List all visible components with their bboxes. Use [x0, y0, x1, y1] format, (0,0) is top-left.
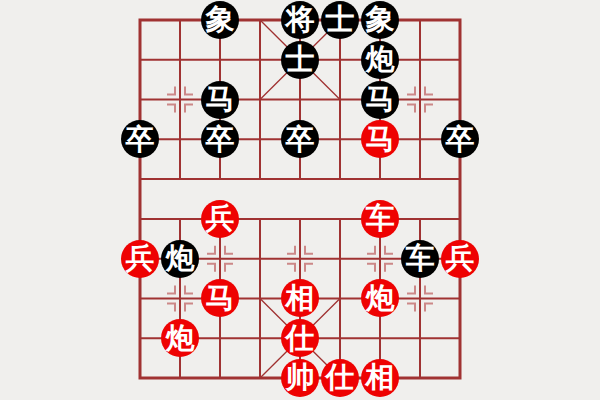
point-6-9[interactable]: 相	[360, 358, 400, 398]
red-advisor-piece[interactable]: 仕	[321, 359, 359, 397]
point-1-2[interactable]	[160, 80, 200, 120]
point-6-2[interactable]: 马	[360, 80, 400, 120]
point-8-7[interactable]	[440, 278, 480, 318]
red-cannon-piece[interactable]: 炮	[361, 279, 399, 317]
point-1-1[interactable]	[160, 40, 200, 80]
point-4-7[interactable]: 相	[280, 278, 320, 318]
point-3-6[interactable]	[240, 239, 280, 279]
point-5-2[interactable]	[320, 80, 360, 120]
point-0-6[interactable]: 兵	[120, 239, 160, 279]
black-cannon-piece[interactable]: 炮	[361, 41, 399, 79]
point-6-7[interactable]: 炮	[360, 278, 400, 318]
point-8-8[interactable]	[440, 318, 480, 358]
point-3-2[interactable]	[240, 80, 280, 120]
point-5-8[interactable]	[320, 318, 360, 358]
red-horse-piece[interactable]: 马	[201, 279, 239, 317]
point-2-0[interactable]: 象	[200, 0, 240, 40]
point-0-0[interactable]	[120, 0, 160, 40]
red-soldier-piece[interactable]: 兵	[201, 200, 239, 238]
point-4-1[interactable]: 士	[280, 40, 320, 80]
point-5-9[interactable]: 仕	[320, 358, 360, 398]
point-1-7[interactable]	[160, 278, 200, 318]
point-6-6[interactable]	[360, 239, 400, 279]
point-0-5[interactable]	[120, 199, 160, 239]
red-soldier-piece[interactable]: 兵	[121, 240, 159, 278]
point-3-9[interactable]	[240, 358, 280, 398]
point-8-5[interactable]	[440, 199, 480, 239]
black-soldier-piece[interactable]: 卒	[441, 120, 479, 158]
point-3-5[interactable]	[240, 199, 280, 239]
red-cannon-piece[interactable]: 炮	[161, 319, 199, 357]
point-6-3[interactable]: 马	[360, 119, 400, 159]
point-4-6[interactable]	[280, 239, 320, 279]
point-8-6[interactable]: 兵	[440, 239, 480, 279]
black-soldier-piece[interactable]: 卒	[281, 120, 319, 158]
point-0-2[interactable]	[120, 80, 160, 120]
point-6-4[interactable]	[360, 159, 400, 199]
point-1-8[interactable]: 炮	[160, 318, 200, 358]
black-chariot-piece[interactable]: 车	[401, 240, 439, 278]
red-elephant-piece[interactable]: 相	[361, 359, 399, 397]
black-general-piece[interactable]: 将	[281, 1, 319, 39]
point-8-9[interactable]	[440, 358, 480, 398]
point-2-8[interactable]	[200, 318, 240, 358]
point-5-1[interactable]	[320, 40, 360, 80]
point-0-1[interactable]	[120, 40, 160, 80]
black-horse-piece[interactable]: 马	[361, 81, 399, 119]
point-2-9[interactable]	[200, 358, 240, 398]
point-3-7[interactable]	[240, 278, 280, 318]
red-chariot-piece[interactable]: 车	[361, 200, 399, 238]
point-0-8[interactable]	[120, 318, 160, 358]
red-soldier-piece[interactable]: 兵	[441, 240, 479, 278]
point-1-6[interactable]: 炮	[160, 239, 200, 279]
point-6-1[interactable]: 炮	[360, 40, 400, 80]
point-7-9[interactable]	[400, 358, 440, 398]
point-4-2[interactable]	[280, 80, 320, 120]
point-7-4[interactable]	[400, 159, 440, 199]
point-1-0[interactable]	[160, 0, 200, 40]
point-4-5[interactable]	[280, 199, 320, 239]
black-elephant-piece[interactable]: 象	[201, 1, 239, 39]
point-8-2[interactable]	[440, 80, 480, 120]
point-0-4[interactable]	[120, 159, 160, 199]
point-6-5[interactable]: 车	[360, 199, 400, 239]
black-cannon-piece[interactable]: 炮	[161, 240, 199, 278]
point-3-3[interactable]	[240, 119, 280, 159]
point-2-4[interactable]	[200, 159, 240, 199]
point-2-6[interactable]	[200, 239, 240, 279]
point-2-5[interactable]: 兵	[200, 199, 240, 239]
point-4-3[interactable]: 卒	[280, 119, 320, 159]
black-elephant-piece[interactable]: 象	[361, 1, 399, 39]
point-5-3[interactable]	[320, 119, 360, 159]
point-6-0[interactable]: 象	[360, 0, 400, 40]
black-soldier-piece[interactable]: 卒	[121, 120, 159, 158]
point-3-4[interactable]	[240, 159, 280, 199]
point-8-4[interactable]	[440, 159, 480, 199]
point-2-2[interactable]: 马	[200, 80, 240, 120]
black-advisor-piece[interactable]: 士	[281, 41, 319, 79]
point-4-8[interactable]: 仕	[280, 318, 320, 358]
point-5-4[interactable]	[320, 159, 360, 199]
point-3-0[interactable]	[240, 0, 280, 40]
red-advisor-piece[interactable]: 仕	[281, 319, 319, 357]
point-7-6[interactable]: 车	[400, 239, 440, 279]
point-2-3[interactable]: 卒	[200, 119, 240, 159]
black-advisor-piece[interactable]: 士	[321, 1, 359, 39]
point-4-4[interactable]	[280, 159, 320, 199]
point-1-4[interactable]	[160, 159, 200, 199]
red-general-piece[interactable]: 帅	[281, 359, 319, 397]
point-3-8[interactable]	[240, 318, 280, 358]
point-4-0[interactable]: 将	[280, 0, 320, 40]
point-3-1[interactable]	[240, 40, 280, 80]
point-7-0[interactable]	[400, 0, 440, 40]
point-0-7[interactable]	[120, 278, 160, 318]
point-8-1[interactable]	[440, 40, 480, 80]
point-2-7[interactable]: 马	[200, 278, 240, 318]
red-horse-piece[interactable]: 马	[361, 120, 399, 158]
point-1-3[interactable]	[160, 119, 200, 159]
point-1-9[interactable]	[160, 358, 200, 398]
point-7-2[interactable]	[400, 80, 440, 120]
point-8-0[interactable]	[440, 0, 480, 40]
point-7-3[interactable]	[400, 119, 440, 159]
point-7-1[interactable]	[400, 40, 440, 80]
point-5-7[interactable]	[320, 278, 360, 318]
point-5-5[interactable]	[320, 199, 360, 239]
point-7-7[interactable]	[400, 278, 440, 318]
point-7-5[interactable]	[400, 199, 440, 239]
black-horse-piece[interactable]: 马	[201, 81, 239, 119]
point-7-8[interactable]	[400, 318, 440, 358]
point-4-9[interactable]: 帅	[280, 358, 320, 398]
point-1-5[interactable]	[160, 199, 200, 239]
point-8-3[interactable]: 卒	[440, 119, 480, 159]
point-2-1[interactable]	[200, 40, 240, 80]
point-5-6[interactable]	[320, 239, 360, 279]
point-0-3[interactable]: 卒	[120, 119, 160, 159]
xiangqi-board: 象将士象士炮马马卒卒卒马卒兵车兵炮车兵马相炮炮仕帅仕相	[0, 0, 600, 400]
point-0-9[interactable]	[120, 358, 160, 398]
point-5-0[interactable]: 士	[320, 0, 360, 40]
red-elephant-piece[interactable]: 相	[281, 279, 319, 317]
point-6-8[interactable]	[360, 318, 400, 358]
black-soldier-piece[interactable]: 卒	[201, 120, 239, 158]
board-points: 象将士象士炮马马卒卒卒马卒兵车兵炮车兵马相炮炮仕帅仕相	[120, 0, 480, 398]
